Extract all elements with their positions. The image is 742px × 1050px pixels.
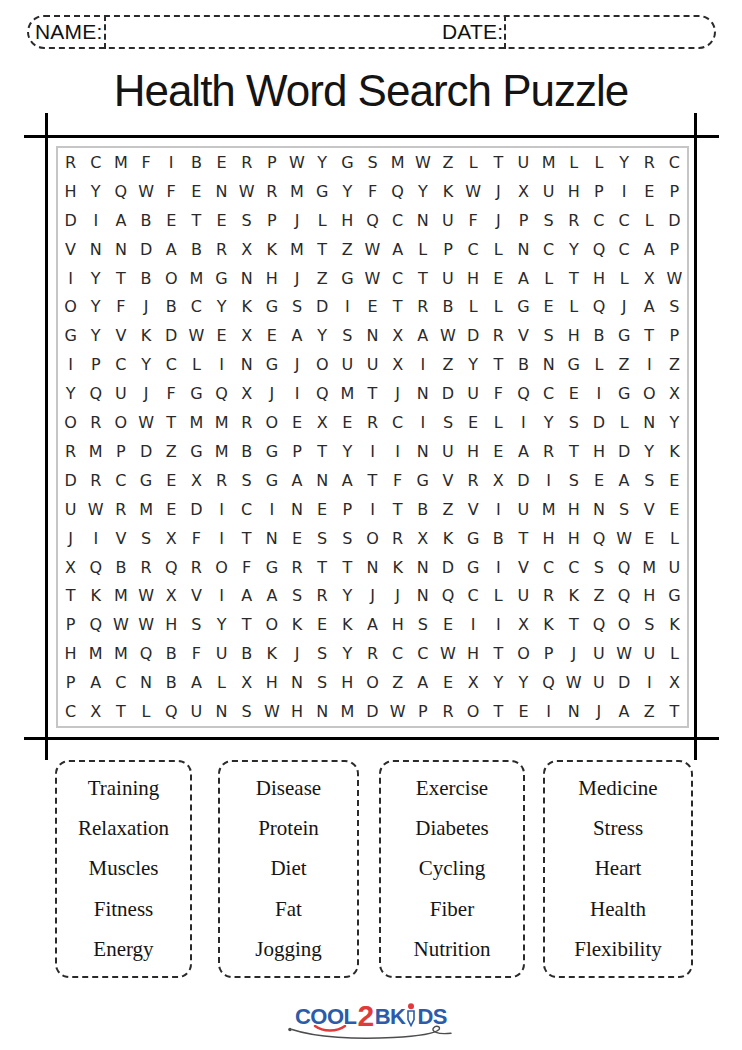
grid-cell-r7c3[interactable]: V — [108, 321, 133, 350]
grid-cell-r1c20[interactable]: M — [536, 148, 561, 177]
grid-cell-r3c25[interactable]: D — [662, 206, 687, 235]
grid-cell-r15c6[interactable]: R — [184, 553, 209, 582]
grid-cell-r13c11[interactable]: E — [310, 495, 335, 524]
word-search-grid[interactable]: RCMFIBERPWYGSMWZLTUMLLYRCHYQWFENWRMGYFQY… — [56, 146, 689, 728]
grid-cell-r12c1[interactable]: D — [58, 466, 83, 495]
grid-cell-r11c8[interactable]: B — [234, 437, 259, 466]
grid-cell-r10c19[interactable]: I — [511, 408, 536, 437]
grid-cell-r7c14[interactable]: X — [385, 321, 410, 350]
grid-cell-r3c16[interactable]: U — [435, 206, 460, 235]
grid-cell-r9c25[interactable]: X — [662, 379, 687, 408]
grid-cell-r14c14[interactable]: R — [385, 524, 410, 553]
grid-cell-r8c19[interactable]: B — [511, 350, 536, 379]
grid-cell-r18c17[interactable]: H — [461, 639, 486, 668]
grid-cell-r13c6[interactable]: D — [184, 495, 209, 524]
grid-cell-r20c10[interactable]: H — [284, 697, 309, 726]
grid-cell-r18c6[interactable]: F — [184, 639, 209, 668]
grid-cell-r4c10[interactable]: M — [284, 235, 309, 264]
grid-cell-r2c21[interactable]: H — [561, 177, 586, 206]
grid-cell-r2c3[interactable]: Q — [108, 177, 133, 206]
grid-cell-r7c20[interactable]: S — [536, 321, 561, 350]
grid-cell-r20c24[interactable]: Z — [637, 697, 662, 726]
grid-cell-r19c15[interactable]: A — [410, 668, 435, 697]
grid-cell-r2c13[interactable]: F — [360, 177, 385, 206]
grid-cell-r7c18[interactable]: R — [486, 321, 511, 350]
grid-cell-r17c11[interactable]: E — [310, 610, 335, 639]
grid-cell-r15c21[interactable]: C — [561, 553, 586, 582]
grid-cell-r3c10[interactable]: J — [284, 206, 309, 235]
grid-cell-r8c25[interactable]: Z — [662, 350, 687, 379]
grid-cell-r2c14[interactable]: Q — [385, 177, 410, 206]
grid-cell-r19c9[interactable]: H — [259, 668, 284, 697]
grid-cell-r17c13[interactable]: A — [360, 610, 385, 639]
grid-cell-r12c15[interactable]: G — [410, 466, 435, 495]
grid-cell-r7c24[interactable]: T — [637, 321, 662, 350]
grid-cell-r7c21[interactable]: H — [561, 321, 586, 350]
grid-cell-r6c22[interactable]: Q — [586, 292, 611, 321]
grid-cell-r20c8[interactable]: S — [234, 697, 259, 726]
grid-cell-r11c23[interactable]: D — [612, 437, 637, 466]
grid-cell-r1c1[interactable]: R — [58, 148, 83, 177]
grid-cell-r20c11[interactable]: N — [310, 697, 335, 726]
grid-cell-r17c20[interactable]: K — [536, 610, 561, 639]
grid-cell-r8c1[interactable]: I — [58, 350, 83, 379]
grid-cell-r16c15[interactable]: N — [410, 581, 435, 610]
grid-cell-r18c22[interactable]: U — [586, 639, 611, 668]
grid-cell-r8c13[interactable]: U — [360, 350, 385, 379]
grid-cell-r10c20[interactable]: Y — [536, 408, 561, 437]
grid-cell-r9c21[interactable]: E — [561, 379, 586, 408]
grid-cell-r7c13[interactable]: N — [360, 321, 385, 350]
grid-cell-r19c16[interactable]: E — [435, 668, 460, 697]
grid-cell-r5c1[interactable]: I — [58, 264, 83, 293]
grid-cell-r17c4[interactable]: W — [133, 610, 158, 639]
grid-cell-r15c9[interactable]: G — [259, 553, 284, 582]
grid-cell-r16c10[interactable]: S — [284, 581, 309, 610]
grid-cell-r5c5[interactable]: O — [159, 264, 184, 293]
grid-cell-r16c1[interactable]: T — [58, 581, 83, 610]
grid-cell-r7c25[interactable]: P — [662, 321, 687, 350]
grid-cell-r9c20[interactable]: C — [536, 379, 561, 408]
grid-cell-r7c23[interactable]: G — [612, 321, 637, 350]
grid-cell-r11c15[interactable]: N — [410, 437, 435, 466]
grid-cell-r10c23[interactable]: L — [612, 408, 637, 437]
grid-cell-r14c6[interactable]: F — [184, 524, 209, 553]
grid-cell-r3c6[interactable]: T — [184, 206, 209, 235]
grid-cell-r12c2[interactable]: R — [83, 466, 108, 495]
grid-cell-r4c23[interactable]: C — [612, 235, 637, 264]
grid-cell-r13c25[interactable]: E — [662, 495, 687, 524]
grid-cell-r9c24[interactable]: O — [637, 379, 662, 408]
grid-cell-r5c12[interactable]: G — [335, 264, 360, 293]
grid-cell-r4c21[interactable]: Y — [561, 235, 586, 264]
grid-cell-r15c15[interactable]: N — [410, 553, 435, 582]
grid-cell-r16c17[interactable]: C — [461, 581, 486, 610]
grid-cell-r19c3[interactable]: C — [108, 668, 133, 697]
grid-cell-r18c20[interactable]: P — [536, 639, 561, 668]
grid-cell-r8c15[interactable]: I — [410, 350, 435, 379]
grid-cell-r2c6[interactable]: E — [184, 177, 209, 206]
grid-cell-r7c6[interactable]: W — [184, 321, 209, 350]
grid-cell-r12c14[interactable]: F — [385, 466, 410, 495]
grid-cell-r8c7[interactable]: I — [209, 350, 234, 379]
grid-cell-r5c22[interactable]: H — [586, 264, 611, 293]
grid-cell-r5c20[interactable]: L — [536, 264, 561, 293]
grid-cell-r19c7[interactable]: L — [209, 668, 234, 697]
grid-cell-r1c8[interactable]: R — [234, 148, 259, 177]
grid-cell-r3c22[interactable]: C — [586, 206, 611, 235]
grid-cell-r5c17[interactable]: H — [461, 264, 486, 293]
grid-cell-r11c20[interactable]: R — [536, 437, 561, 466]
grid-cell-r6c1[interactable]: O — [58, 292, 83, 321]
grid-cell-r6c17[interactable]: L — [461, 292, 486, 321]
grid-cell-r14c18[interactable]: B — [486, 524, 511, 553]
grid-cell-r10c11[interactable]: X — [310, 408, 335, 437]
grid-cell-r12c22[interactable]: E — [586, 466, 611, 495]
grid-cell-r4c16[interactable]: P — [435, 235, 460, 264]
grid-cell-r13c18[interactable]: I — [486, 495, 511, 524]
grid-cell-r17c24[interactable]: S — [637, 610, 662, 639]
grid-cell-r11c24[interactable]: Y — [637, 437, 662, 466]
grid-cell-r12c11[interactable]: N — [310, 466, 335, 495]
grid-cell-r16c5[interactable]: X — [159, 581, 184, 610]
grid-cell-r4c4[interactable]: D — [133, 235, 158, 264]
grid-cell-r12c16[interactable]: V — [435, 466, 460, 495]
grid-cell-r15c19[interactable]: V — [511, 553, 536, 582]
grid-cell-r14c16[interactable]: K — [435, 524, 460, 553]
grid-cell-r3c1[interactable]: D — [58, 206, 83, 235]
grid-cell-r9c23[interactable]: G — [612, 379, 637, 408]
grid-cell-r3c11[interactable]: L — [310, 206, 335, 235]
grid-cell-r15c23[interactable]: Q — [612, 553, 637, 582]
grid-cell-r12c13[interactable]: T — [360, 466, 385, 495]
grid-cell-r14c5[interactable]: X — [159, 524, 184, 553]
grid-cell-r8c3[interactable]: C — [108, 350, 133, 379]
grid-cell-r12c3[interactable]: C — [108, 466, 133, 495]
grid-cell-r15c18[interactable]: I — [486, 553, 511, 582]
grid-cell-r1c6[interactable]: B — [184, 148, 209, 177]
grid-cell-r17c7[interactable]: Y — [209, 610, 234, 639]
grid-cell-r10c22[interactable]: D — [586, 408, 611, 437]
grid-cell-r1c5[interactable]: I — [159, 148, 184, 177]
grid-cell-r9c15[interactable]: N — [410, 379, 435, 408]
grid-cell-r5c24[interactable]: X — [637, 264, 662, 293]
grid-cell-r7c22[interactable]: B — [586, 321, 611, 350]
grid-cell-r2c19[interactable]: X — [511, 177, 536, 206]
grid-cell-r15c2[interactable]: Q — [83, 553, 108, 582]
grid-cell-r10c7[interactable]: M — [209, 408, 234, 437]
grid-cell-r20c7[interactable]: N — [209, 697, 234, 726]
grid-cell-r20c13[interactable]: D — [360, 697, 385, 726]
grid-cell-r15c8[interactable]: F — [234, 553, 259, 582]
grid-cell-r6c19[interactable]: G — [511, 292, 536, 321]
grid-cell-r12c8[interactable]: S — [234, 466, 259, 495]
grid-cell-r6c12[interactable]: I — [335, 292, 360, 321]
grid-cell-r17c17[interactable]: I — [461, 610, 486, 639]
grid-cell-r15c5[interactable]: Q — [159, 553, 184, 582]
grid-cell-r14c1[interactable]: J — [58, 524, 83, 553]
grid-cell-r8c8[interactable]: N — [234, 350, 259, 379]
grid-cell-r14c10[interactable]: E — [284, 524, 309, 553]
grid-cell-r18c10[interactable]: J — [284, 639, 309, 668]
grid-cell-r3c19[interactable]: P — [511, 206, 536, 235]
grid-cell-r20c14[interactable]: W — [385, 697, 410, 726]
grid-cell-r17c15[interactable]: S — [410, 610, 435, 639]
grid-cell-r2c15[interactable]: Y — [410, 177, 435, 206]
grid-cell-r20c23[interactable]: A — [612, 697, 637, 726]
grid-cell-r11c18[interactable]: E — [486, 437, 511, 466]
grid-cell-r17c1[interactable]: P — [58, 610, 83, 639]
grid-cell-r3c12[interactable]: H — [335, 206, 360, 235]
grid-cell-r13c16[interactable]: Z — [435, 495, 460, 524]
grid-cell-r1c4[interactable]: F — [133, 148, 158, 177]
grid-cell-r2c8[interactable]: W — [234, 177, 259, 206]
grid-cell-r3c8[interactable]: S — [234, 206, 259, 235]
grid-cell-r13c13[interactable]: I — [360, 495, 385, 524]
grid-cell-r15c13[interactable]: N — [360, 553, 385, 582]
grid-cell-r1c3[interactable]: M — [108, 148, 133, 177]
grid-cell-r17c14[interactable]: H — [385, 610, 410, 639]
grid-cell-r7c16[interactable]: W — [435, 321, 460, 350]
grid-cell-r4c11[interactable]: T — [310, 235, 335, 264]
grid-cell-r5c4[interactable]: B — [133, 264, 158, 293]
grid-cell-r20c9[interactable]: W — [259, 697, 284, 726]
grid-cell-r1c10[interactable]: W — [284, 148, 309, 177]
grid-cell-r8c4[interactable]: Y — [133, 350, 158, 379]
grid-cell-r1c22[interactable]: L — [586, 148, 611, 177]
grid-cell-r9c11[interactable]: Q — [310, 379, 335, 408]
grid-cell-r18c7[interactable]: U — [209, 639, 234, 668]
grid-cell-r2c16[interactable]: K — [435, 177, 460, 206]
grid-cell-r9c8[interactable]: X — [234, 379, 259, 408]
grid-cell-r20c3[interactable]: T — [108, 697, 133, 726]
grid-cell-r1c2[interactable]: C — [83, 148, 108, 177]
grid-cell-r5c8[interactable]: N — [234, 264, 259, 293]
grid-cell-r1c16[interactable]: Z — [435, 148, 460, 177]
grid-cell-r13c19[interactable]: U — [511, 495, 536, 524]
grid-cell-r19c17[interactable]: X — [461, 668, 486, 697]
grid-cell-r11c9[interactable]: G — [259, 437, 284, 466]
grid-cell-r3c17[interactable]: F — [461, 206, 486, 235]
grid-cell-r1c25[interactable]: C — [662, 148, 687, 177]
grid-cell-r17c9[interactable]: O — [259, 610, 284, 639]
grid-cell-r14c21[interactable]: H — [561, 524, 586, 553]
grid-cell-r5c11[interactable]: Z — [310, 264, 335, 293]
grid-cell-r12c18[interactable]: X — [486, 466, 511, 495]
grid-cell-r3c20[interactable]: S — [536, 206, 561, 235]
grid-cell-r15c4[interactable]: R — [133, 553, 158, 582]
grid-cell-r15c7[interactable]: O — [209, 553, 234, 582]
grid-cell-r12c7[interactable]: R — [209, 466, 234, 495]
grid-cell-r5c3[interactable]: T — [108, 264, 133, 293]
grid-cell-r6c16[interactable]: B — [435, 292, 460, 321]
grid-cell-r12c24[interactable]: S — [637, 466, 662, 495]
grid-cell-r10c12[interactable]: E — [335, 408, 360, 437]
grid-cell-r7c15[interactable]: A — [410, 321, 435, 350]
grid-cell-r11c12[interactable]: Y — [335, 437, 360, 466]
grid-cell-r18c14[interactable]: C — [385, 639, 410, 668]
grid-cell-r10c15[interactable]: I — [410, 408, 435, 437]
grid-cell-r14c3[interactable]: V — [108, 524, 133, 553]
grid-cell-r16c6[interactable]: V — [184, 581, 209, 610]
grid-cell-r2c10[interactable]: M — [284, 177, 309, 206]
grid-cell-r14c23[interactable]: W — [612, 524, 637, 553]
grid-cell-r1c23[interactable]: Y — [612, 148, 637, 177]
grid-cell-r15c17[interactable]: G — [461, 553, 486, 582]
grid-cell-r8c23[interactable]: Z — [612, 350, 637, 379]
grid-cell-r8c5[interactable]: C — [159, 350, 184, 379]
grid-cell-r8c11[interactable]: O — [310, 350, 335, 379]
grid-cell-r15c1[interactable]: X — [58, 553, 83, 582]
grid-cell-r19c5[interactable]: B — [159, 668, 184, 697]
grid-cell-r4c7[interactable]: R — [209, 235, 234, 264]
grid-cell-r4c25[interactable]: P — [662, 235, 687, 264]
grid-cell-r4c22[interactable]: Q — [586, 235, 611, 264]
grid-cell-r2c11[interactable]: G — [310, 177, 335, 206]
grid-cell-r7c19[interactable]: V — [511, 321, 536, 350]
grid-cell-r19c24[interactable]: I — [637, 668, 662, 697]
grid-cell-r18c16[interactable]: W — [435, 639, 460, 668]
grid-cell-r4c2[interactable]: N — [83, 235, 108, 264]
grid-cell-r14c24[interactable]: E — [637, 524, 662, 553]
grid-cell-r11c3[interactable]: P — [108, 437, 133, 466]
grid-cell-r13c5[interactable]: E — [159, 495, 184, 524]
grid-cell-r5c9[interactable]: H — [259, 264, 284, 293]
grid-cell-r12c23[interactable]: A — [612, 466, 637, 495]
grid-cell-r20c16[interactable]: R — [435, 697, 460, 726]
grid-cell-r5c14[interactable]: C — [385, 264, 410, 293]
grid-cell-r17c25[interactable]: K — [662, 610, 687, 639]
grid-cell-r3c24[interactable]: L — [637, 206, 662, 235]
grid-cell-r7c9[interactable]: E — [259, 321, 284, 350]
grid-cell-r9c14[interactable]: J — [385, 379, 410, 408]
grid-cell-r20c12[interactable]: M — [335, 697, 360, 726]
grid-cell-r6c25[interactable]: S — [662, 292, 687, 321]
grid-cell-r3c13[interactable]: Q — [360, 206, 385, 235]
grid-cell-r10c16[interactable]: S — [435, 408, 460, 437]
grid-cell-r13c15[interactable]: B — [410, 495, 435, 524]
grid-cell-r6c7[interactable]: Y — [209, 292, 234, 321]
grid-cell-r6c18[interactable]: L — [486, 292, 511, 321]
grid-cell-r13c9[interactable]: I — [259, 495, 284, 524]
grid-cell-r19c2[interactable]: A — [83, 668, 108, 697]
grid-cell-r6c15[interactable]: R — [410, 292, 435, 321]
grid-cell-r6c23[interactable]: J — [612, 292, 637, 321]
grid-cell-r16c20[interactable]: R — [536, 581, 561, 610]
grid-cell-r4c6[interactable]: B — [184, 235, 209, 264]
grid-cell-r1c14[interactable]: M — [385, 148, 410, 177]
grid-cell-r16c19[interactable]: U — [511, 581, 536, 610]
grid-cell-r15c12[interactable]: T — [335, 553, 360, 582]
grid-cell-r18c12[interactable]: Y — [335, 639, 360, 668]
grid-cell-r14c7[interactable]: I — [209, 524, 234, 553]
grid-cell-r13c2[interactable]: W — [83, 495, 108, 524]
grid-cell-r5c10[interactable]: J — [284, 264, 309, 293]
grid-cell-r14c22[interactable]: Q — [586, 524, 611, 553]
grid-cell-r20c19[interactable]: E — [511, 697, 536, 726]
grid-cell-r17c12[interactable]: K — [335, 610, 360, 639]
grid-cell-r12c25[interactable]: E — [662, 466, 687, 495]
grid-cell-r17c21[interactable]: T — [561, 610, 586, 639]
grid-cell-r14c11[interactable]: S — [310, 524, 335, 553]
grid-cell-r13c21[interactable]: H — [561, 495, 586, 524]
grid-cell-r18c24[interactable]: U — [637, 639, 662, 668]
grid-cell-r6c11[interactable]: D — [310, 292, 335, 321]
grid-cell-r17c8[interactable]: T — [234, 610, 259, 639]
grid-cell-r1c17[interactable]: L — [461, 148, 486, 177]
grid-cell-r4c13[interactable]: W — [360, 235, 385, 264]
grid-cell-r6c21[interactable]: L — [561, 292, 586, 321]
grid-cell-r9c7[interactable]: Q — [209, 379, 234, 408]
grid-cell-r18c25[interactable]: L — [662, 639, 687, 668]
grid-cell-r14c19[interactable]: T — [511, 524, 536, 553]
grid-cell-r3c23[interactable]: C — [612, 206, 637, 235]
grid-cell-r15c10[interactable]: R — [284, 553, 309, 582]
grid-cell-r15c11[interactable]: T — [310, 553, 335, 582]
grid-cell-r9c19[interactable]: Q — [511, 379, 536, 408]
grid-cell-r2c7[interactable]: N — [209, 177, 234, 206]
grid-cell-r10c13[interactable]: R — [360, 408, 385, 437]
grid-cell-r17c10[interactable]: K — [284, 610, 309, 639]
grid-cell-r7c8[interactable]: X — [234, 321, 259, 350]
grid-cell-r14c17[interactable]: G — [461, 524, 486, 553]
grid-cell-r13c20[interactable]: M — [536, 495, 561, 524]
grid-cell-r17c6[interactable]: S — [184, 610, 209, 639]
grid-cell-r20c5[interactable]: Q — [159, 697, 184, 726]
grid-cell-r5c21[interactable]: T — [561, 264, 586, 293]
grid-cell-r17c19[interactable]: X — [511, 610, 536, 639]
grid-cell-r7c2[interactable]: Y — [83, 321, 108, 350]
grid-cell-r10c24[interactable]: N — [637, 408, 662, 437]
grid-cell-r19c12[interactable]: H — [335, 668, 360, 697]
grid-cell-r18c5[interactable]: B — [159, 639, 184, 668]
grid-cell-r12c10[interactable]: A — [284, 466, 309, 495]
grid-cell-r8c24[interactable]: I — [637, 350, 662, 379]
grid-cell-r19c10[interactable]: N — [284, 668, 309, 697]
grid-cell-r6c10[interactable]: S — [284, 292, 309, 321]
grid-cell-r13c17[interactable]: V — [461, 495, 486, 524]
grid-cell-r16c12[interactable]: Y — [335, 581, 360, 610]
grid-cell-r8c12[interactable]: U — [335, 350, 360, 379]
grid-cell-r7c7[interactable]: E — [209, 321, 234, 350]
grid-cell-r16c23[interactable]: Q — [612, 581, 637, 610]
grid-cell-r9c4[interactable]: J — [133, 379, 158, 408]
grid-cell-r19c21[interactable]: W — [561, 668, 586, 697]
grid-cell-r10c21[interactable]: S — [561, 408, 586, 437]
grid-cell-r14c20[interactable]: H — [536, 524, 561, 553]
grid-cell-r2c5[interactable]: F — [159, 177, 184, 206]
grid-cell-r11c13[interactable]: I — [360, 437, 385, 466]
grid-cell-r20c2[interactable]: X — [83, 697, 108, 726]
grid-cell-r9c2[interactable]: Q — [83, 379, 108, 408]
grid-cell-r8c17[interactable]: Y — [461, 350, 486, 379]
grid-cell-r1c21[interactable]: L — [561, 148, 586, 177]
grid-cell-r13c12[interactable]: P — [335, 495, 360, 524]
grid-cell-r13c3[interactable]: R — [108, 495, 133, 524]
grid-cell-r6c2[interactable]: Y — [83, 292, 108, 321]
grid-cell-r19c25[interactable]: X — [662, 668, 687, 697]
grid-cell-r9c6[interactable]: G — [184, 379, 209, 408]
date-input-area[interactable] — [509, 17, 709, 47]
grid-cell-r2c22[interactable]: P — [586, 177, 611, 206]
grid-cell-r2c23[interactable]: I — [612, 177, 637, 206]
grid-cell-r3c4[interactable]: B — [133, 206, 158, 235]
grid-cell-r9c18[interactable]: F — [486, 379, 511, 408]
grid-cell-r9c16[interactable]: D — [435, 379, 460, 408]
grid-cell-r10c4[interactable]: W — [133, 408, 158, 437]
grid-cell-r4c19[interactable]: N — [511, 235, 536, 264]
grid-cell-r18c1[interactable]: H — [58, 639, 83, 668]
